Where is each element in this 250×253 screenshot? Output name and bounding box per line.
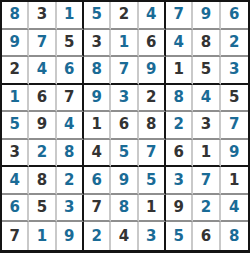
cell-r5c6[interactable]: 8 [139,112,166,140]
cell-r7c4[interactable]: 6 [84,167,111,195]
cell-r8c2[interactable]: 5 [29,195,56,223]
cell-r9c3[interactable]: 9 [57,222,84,250]
cell-r6c5[interactable]: 5 [111,140,138,168]
cell-r4c2[interactable]: 6 [29,85,56,113]
cell-r7c2[interactable]: 8 [29,167,56,195]
cell-r6c8[interactable]: 1 [193,140,220,168]
cell-r6c4[interactable]: 4 [84,140,111,168]
cell-r5c2[interactable]: 9 [29,112,56,140]
cell-r5c3[interactable]: 4 [57,112,84,140]
cell-r3c7[interactable]: 1 [166,57,193,85]
cell-r8c4[interactable]: 7 [84,195,111,223]
cell-r3c3[interactable]: 6 [57,57,84,85]
sudoku-board: 8315247969753164822468791531679328455941… [0,0,250,253]
cell-r6c1[interactable]: 3 [2,140,29,168]
cell-r9c7[interactable]: 5 [166,222,193,250]
cell-r4c6[interactable]: 2 [139,85,166,113]
cell-r3c5[interactable]: 7 [111,57,138,85]
cell-r1c3[interactable]: 1 [57,2,84,30]
cell-r1c5[interactable]: 2 [111,2,138,30]
cell-r7c9[interactable]: 1 [221,167,248,195]
cell-r2c1[interactable]: 9 [2,30,29,58]
cell-r4c3[interactable]: 7 [57,85,84,113]
cell-r9c2[interactable]: 1 [29,222,56,250]
cell-r3c9[interactable]: 3 [221,57,248,85]
cell-r5c8[interactable]: 3 [193,112,220,140]
cell-r9c4[interactable]: 2 [84,222,111,250]
cell-r8c7[interactable]: 9 [166,195,193,223]
cell-r6c3[interactable]: 8 [57,140,84,168]
cell-r9c5[interactable]: 4 [111,222,138,250]
cell-r3c6[interactable]: 9 [139,57,166,85]
cell-r5c9[interactable]: 7 [221,112,248,140]
cell-r6c7[interactable]: 6 [166,140,193,168]
cell-r1c6[interactable]: 4 [139,2,166,30]
cell-r3c1[interactable]: 2 [2,57,29,85]
cell-r2c5[interactable]: 1 [111,30,138,58]
cell-r4c5[interactable]: 3 [111,85,138,113]
cell-r6c2[interactable]: 2 [29,140,56,168]
cell-r4c9[interactable]: 5 [221,85,248,113]
cell-r2c2[interactable]: 7 [29,30,56,58]
cell-r2c7[interactable]: 4 [166,30,193,58]
cell-r9c6[interactable]: 3 [139,222,166,250]
cell-r2c6[interactable]: 6 [139,30,166,58]
cell-r1c1[interactable]: 8 [2,2,29,30]
cell-r4c8[interactable]: 4 [193,85,220,113]
cell-r3c4[interactable]: 8 [84,57,111,85]
cell-r1c7[interactable]: 7 [166,2,193,30]
cell-r4c1[interactable]: 1 [2,85,29,113]
cell-r9c1[interactable]: 7 [2,222,29,250]
cell-r3c8[interactable]: 5 [193,57,220,85]
cell-r2c9[interactable]: 2 [221,30,248,58]
cell-r2c3[interactable]: 5 [57,30,84,58]
cell-r7c1[interactable]: 4 [2,167,29,195]
cell-r1c4[interactable]: 5 [84,2,111,30]
cell-r8c1[interactable]: 6 [2,195,29,223]
cell-r5c1[interactable]: 5 [2,112,29,140]
cell-r8c9[interactable]: 4 [221,195,248,223]
cell-r1c9[interactable]: 6 [221,2,248,30]
cell-r8c5[interactable]: 8 [111,195,138,223]
cell-r8c8[interactable]: 2 [193,195,220,223]
cell-r3c2[interactable]: 4 [29,57,56,85]
cell-r7c5[interactable]: 9 [111,167,138,195]
cell-r4c4[interactable]: 9 [84,85,111,113]
cell-r5c7[interactable]: 2 [166,112,193,140]
cell-r7c8[interactable]: 7 [193,167,220,195]
cell-r1c8[interactable]: 9 [193,2,220,30]
cell-r7c7[interactable]: 3 [166,167,193,195]
cell-r8c6[interactable]: 1 [139,195,166,223]
cell-r5c4[interactable]: 1 [84,112,111,140]
cell-r2c4[interactable]: 3 [84,30,111,58]
cell-r6c6[interactable]: 7 [139,140,166,168]
cell-r6c9[interactable]: 9 [221,140,248,168]
cell-r7c6[interactable]: 5 [139,167,166,195]
cell-r7c3[interactable]: 2 [57,167,84,195]
cell-r9c8[interactable]: 6 [193,222,220,250]
cell-r2c8[interactable]: 8 [193,30,220,58]
cell-r1c2[interactable]: 3 [29,2,56,30]
cell-r4c7[interactable]: 8 [166,85,193,113]
cell-r9c9[interactable]: 8 [221,222,248,250]
cell-r5c5[interactable]: 6 [111,112,138,140]
cell-r8c3[interactable]: 3 [57,195,84,223]
